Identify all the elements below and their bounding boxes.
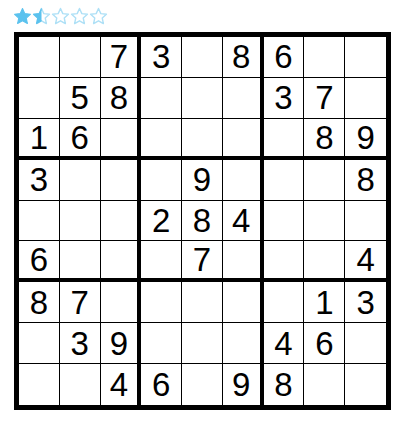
cell-r5c6[interactable]: 4 bbox=[223, 201, 264, 242]
cell-r9c8[interactable] bbox=[304, 364, 345, 405]
cell-r4c5[interactable]: 9 bbox=[182, 160, 223, 201]
cell-r5c5[interactable]: 8 bbox=[182, 201, 223, 242]
cell-r8c5[interactable] bbox=[182, 323, 223, 364]
cell-r7c8[interactable]: 1 bbox=[304, 282, 345, 323]
difficulty-rating bbox=[13, 7, 108, 26]
cell-r1c9[interactable] bbox=[345, 37, 386, 78]
star-icon-full bbox=[13, 7, 32, 26]
cell-r3c4[interactable] bbox=[141, 119, 182, 160]
cell-r4c9[interactable]: 8 bbox=[345, 160, 386, 201]
cell-r8c1[interactable] bbox=[19, 323, 60, 364]
cell-r2c2[interactable]: 5 bbox=[60, 78, 101, 119]
cell-r3c5[interactable] bbox=[182, 119, 223, 160]
cell-r6c9[interactable]: 4 bbox=[345, 241, 386, 282]
cell-r1c6[interactable]: 8 bbox=[223, 37, 264, 78]
cell-r7c2[interactable]: 7 bbox=[60, 282, 101, 323]
cell-r5c7[interactable] bbox=[264, 201, 305, 242]
cell-r8c8[interactable]: 6 bbox=[304, 323, 345, 364]
cell-r1c5[interactable] bbox=[182, 37, 223, 78]
cell-r4c8[interactable] bbox=[304, 160, 345, 201]
cell-r9c5[interactable] bbox=[182, 364, 223, 405]
cell-r6c2[interactable] bbox=[60, 241, 101, 282]
cell-r7c6[interactable] bbox=[223, 282, 264, 323]
star-icon-half bbox=[32, 7, 51, 26]
cell-r2c1[interactable] bbox=[19, 78, 60, 119]
cell-r2c7[interactable]: 3 bbox=[264, 78, 305, 119]
cell-r2c9[interactable] bbox=[345, 78, 386, 119]
cell-r5c9[interactable] bbox=[345, 201, 386, 242]
cell-r9c7[interactable]: 8 bbox=[264, 364, 305, 405]
cell-r4c4[interactable] bbox=[141, 160, 182, 201]
cell-r2c8[interactable]: 7 bbox=[304, 78, 345, 119]
cell-r7c9[interactable]: 3 bbox=[345, 282, 386, 323]
cell-r8c2[interactable]: 3 bbox=[60, 323, 101, 364]
cell-r1c4[interactable]: 3 bbox=[141, 37, 182, 78]
cell-r7c7[interactable] bbox=[264, 282, 305, 323]
cell-r4c7[interactable] bbox=[264, 160, 305, 201]
star-icon-empty bbox=[70, 7, 89, 26]
cell-r1c3[interactable]: 7 bbox=[101, 37, 142, 78]
cell-r3c2[interactable]: 6 bbox=[60, 119, 101, 160]
cell-r7c3[interactable] bbox=[101, 282, 142, 323]
cell-r2c6[interactable] bbox=[223, 78, 264, 119]
cell-r3c6[interactable] bbox=[223, 119, 264, 160]
cell-r8c4[interactable] bbox=[141, 323, 182, 364]
cell-r9c9[interactable] bbox=[345, 364, 386, 405]
cell-r8c3[interactable]: 9 bbox=[101, 323, 142, 364]
cell-r9c6[interactable]: 9 bbox=[223, 364, 264, 405]
cell-r3c9[interactable]: 9 bbox=[345, 119, 386, 160]
star-icon-empty bbox=[51, 7, 70, 26]
cell-r6c8[interactable] bbox=[304, 241, 345, 282]
cell-r7c4[interactable] bbox=[141, 282, 182, 323]
cell-r2c3[interactable]: 8 bbox=[101, 78, 142, 119]
cell-r8c6[interactable] bbox=[223, 323, 264, 364]
cell-r2c5[interactable] bbox=[182, 78, 223, 119]
sudoku-grid: 738658371689398284674871339464698 bbox=[14, 32, 391, 410]
cell-r1c1[interactable] bbox=[19, 37, 60, 78]
cell-r5c3[interactable] bbox=[101, 201, 142, 242]
cell-r1c7[interactable]: 6 bbox=[264, 37, 305, 78]
cell-r7c5[interactable] bbox=[182, 282, 223, 323]
cell-r6c3[interactable] bbox=[101, 241, 142, 282]
cell-r6c1[interactable]: 6 bbox=[19, 241, 60, 282]
cell-r9c4[interactable]: 6 bbox=[141, 364, 182, 405]
cell-r3c3[interactable] bbox=[101, 119, 142, 160]
cell-r6c4[interactable] bbox=[141, 241, 182, 282]
star-icon-empty bbox=[89, 7, 108, 26]
cell-r3c8[interactable]: 8 bbox=[304, 119, 345, 160]
cell-r7c1[interactable]: 8 bbox=[19, 282, 60, 323]
cell-r4c6[interactable] bbox=[223, 160, 264, 201]
cell-r4c1[interactable]: 3 bbox=[19, 160, 60, 201]
cell-r6c5[interactable]: 7 bbox=[182, 241, 223, 282]
cell-r1c2[interactable] bbox=[60, 37, 101, 78]
cell-r4c3[interactable] bbox=[101, 160, 142, 201]
cell-r3c7[interactable] bbox=[264, 119, 305, 160]
cell-r9c1[interactable] bbox=[19, 364, 60, 405]
cell-r5c1[interactable] bbox=[19, 201, 60, 242]
cell-r3c1[interactable]: 1 bbox=[19, 119, 60, 160]
cell-r9c2[interactable] bbox=[60, 364, 101, 405]
cell-r9c3[interactable]: 4 bbox=[101, 364, 142, 405]
cell-r1c8[interactable] bbox=[304, 37, 345, 78]
cell-r6c6[interactable] bbox=[223, 241, 264, 282]
cell-r2c4[interactable] bbox=[141, 78, 182, 119]
cell-r6c7[interactable] bbox=[264, 241, 305, 282]
cell-r5c2[interactable] bbox=[60, 201, 101, 242]
cell-r5c8[interactable] bbox=[304, 201, 345, 242]
cell-r5c4[interactable]: 2 bbox=[141, 201, 182, 242]
cell-r4c2[interactable] bbox=[60, 160, 101, 201]
cell-r8c7[interactable]: 4 bbox=[264, 323, 305, 364]
cell-r8c9[interactable] bbox=[345, 323, 386, 364]
